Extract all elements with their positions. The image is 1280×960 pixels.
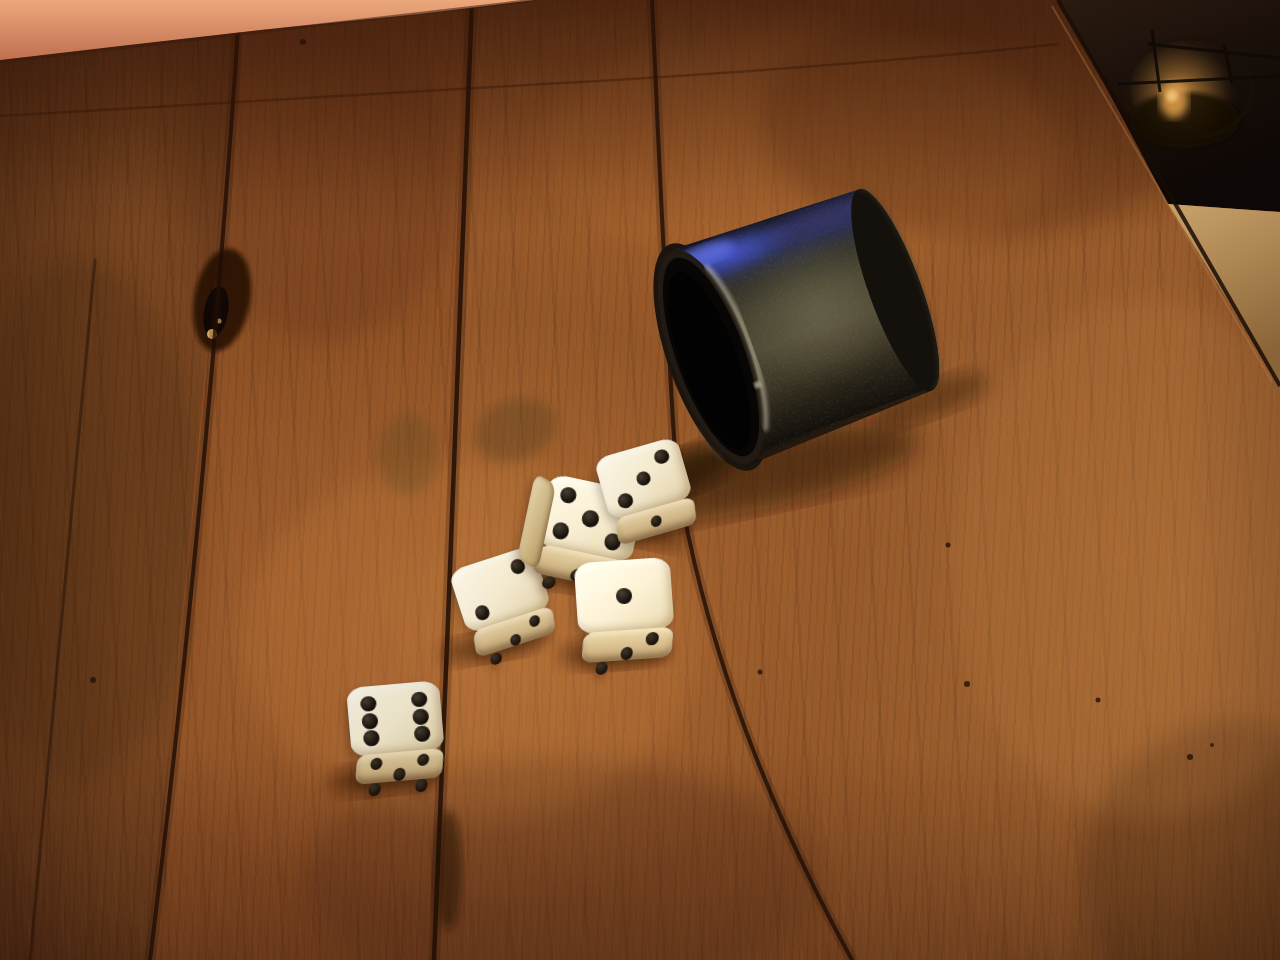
pip bbox=[414, 725, 431, 742]
pip bbox=[635, 470, 653, 488]
pip bbox=[416, 753, 429, 767]
pip bbox=[360, 695, 377, 712]
pip bbox=[615, 587, 632, 604]
pip bbox=[412, 708, 429, 725]
pip bbox=[363, 730, 380, 747]
pip bbox=[410, 691, 427, 708]
pip bbox=[620, 646, 634, 660]
pip bbox=[528, 613, 541, 628]
die-top-face bbox=[574, 557, 675, 635]
pip bbox=[551, 521, 570, 540]
pip bbox=[473, 603, 492, 622]
pip bbox=[653, 448, 671, 466]
die-top-face bbox=[346, 680, 445, 757]
pip bbox=[392, 768, 405, 782]
pip bbox=[559, 486, 578, 505]
die-middle bbox=[574, 557, 677, 663]
pip bbox=[370, 757, 383, 771]
pip bbox=[649, 514, 661, 529]
die-bottom-left bbox=[346, 680, 447, 784]
pip bbox=[362, 713, 379, 730]
pip bbox=[617, 492, 635, 510]
pip bbox=[581, 509, 600, 528]
photo: Five ivory dice showing 6, 2, 5, 3 and 1… bbox=[0, 0, 1280, 960]
pip bbox=[645, 631, 659, 645]
die-front-face bbox=[581, 627, 674, 663]
